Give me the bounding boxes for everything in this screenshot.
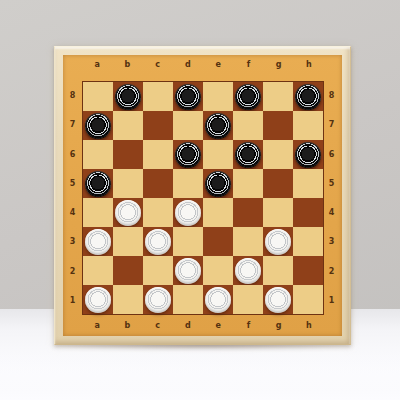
- square-c1[interactable]: [143, 285, 173, 314]
- black-checker[interactable]: [175, 142, 201, 168]
- white-checker[interactable]: [85, 229, 111, 255]
- square-f6[interactable]: [233, 140, 263, 169]
- square-e7[interactable]: [203, 111, 233, 140]
- square-f2[interactable]: [233, 256, 263, 285]
- file-label: d: [173, 59, 203, 71]
- black-checker[interactable]: [295, 142, 321, 168]
- file-labels-top: abcdefgh: [82, 59, 324, 71]
- square-e8[interactable]: [203, 82, 233, 111]
- file-label: a: [82, 59, 112, 71]
- square-g6[interactable]: [263, 140, 293, 169]
- file-label: g: [264, 320, 294, 332]
- square-g3[interactable]: [263, 227, 293, 256]
- white-checker[interactable]: [175, 258, 201, 284]
- square-c8[interactable]: [143, 82, 173, 111]
- file-label: h: [294, 320, 324, 332]
- square-e3[interactable]: [203, 227, 233, 256]
- file-label: e: [203, 59, 233, 71]
- rank-label: 5: [321, 169, 342, 198]
- square-g1[interactable]: [263, 285, 293, 314]
- square-f3[interactable]: [233, 227, 263, 256]
- square-h2[interactable]: [293, 256, 323, 285]
- rank-label: 8: [321, 81, 342, 110]
- rank-label: 1: [63, 286, 82, 315]
- black-checker[interactable]: [295, 84, 321, 110]
- black-checker[interactable]: [205, 113, 231, 139]
- square-a8[interactable]: [83, 82, 113, 111]
- square-d2[interactable]: [173, 256, 203, 285]
- rank-labels-left: 87654321: [63, 81, 82, 315]
- black-checker[interactable]: [205, 171, 231, 197]
- white-checker[interactable]: [145, 229, 171, 255]
- black-checker[interactable]: [235, 142, 261, 168]
- square-a4[interactable]: [83, 198, 113, 227]
- rank-label: 7: [63, 110, 82, 139]
- square-d6[interactable]: [173, 140, 203, 169]
- square-b3[interactable]: [113, 227, 143, 256]
- square-c6[interactable]: [143, 140, 173, 169]
- white-checker[interactable]: [265, 229, 291, 255]
- square-d8[interactable]: [173, 82, 203, 111]
- square-h4[interactable]: [293, 198, 323, 227]
- file-label: c: [143, 59, 173, 71]
- rank-label: 2: [63, 257, 82, 286]
- square-a7[interactable]: [83, 111, 113, 140]
- square-a5[interactable]: [83, 169, 113, 198]
- black-checker[interactable]: [175, 84, 201, 110]
- file-label: g: [264, 59, 294, 71]
- square-e2[interactable]: [203, 256, 233, 285]
- square-d1[interactable]: [173, 285, 203, 314]
- square-g2[interactable]: [263, 256, 293, 285]
- rank-label: 4: [321, 198, 342, 227]
- square-d3[interactable]: [173, 227, 203, 256]
- rank-label: 3: [321, 227, 342, 256]
- rank-label: 6: [63, 140, 82, 169]
- square-c4[interactable]: [143, 198, 173, 227]
- file-label: a: [82, 320, 112, 332]
- square-e6[interactable]: [203, 140, 233, 169]
- square-a1[interactable]: [83, 285, 113, 314]
- file-label: d: [173, 320, 203, 332]
- rank-label: 6: [321, 140, 342, 169]
- square-g8[interactable]: [263, 82, 293, 111]
- square-f1[interactable]: [233, 285, 263, 314]
- file-label: c: [143, 320, 173, 332]
- square-f8[interactable]: [233, 82, 263, 111]
- file-labels-bottom: abcdefgh: [82, 320, 324, 332]
- square-b8[interactable]: [113, 82, 143, 111]
- square-g5[interactable]: [263, 169, 293, 198]
- rank-label: 1: [321, 286, 342, 315]
- square-e1[interactable]: [203, 285, 233, 314]
- checkers-demo-board: abcdefgh abcdefgh 87654321 87654321: [54, 46, 351, 345]
- board-face: abcdefgh abcdefgh 87654321 87654321: [63, 55, 342, 336]
- file-label: h: [294, 59, 324, 71]
- square-c2[interactable]: [143, 256, 173, 285]
- white-checker[interactable]: [235, 258, 261, 284]
- white-checker[interactable]: [175, 200, 201, 226]
- square-d7[interactable]: [173, 111, 203, 140]
- file-label: f: [233, 320, 263, 332]
- square-a3[interactable]: [83, 227, 113, 256]
- square-d4[interactable]: [173, 198, 203, 227]
- black-checker[interactable]: [115, 84, 141, 110]
- rank-label: 4: [63, 198, 82, 227]
- square-c3[interactable]: [143, 227, 173, 256]
- square-b1[interactable]: [113, 285, 143, 314]
- reflection-fade: [0, 345, 400, 400]
- rank-labels-right: 87654321: [321, 81, 342, 315]
- rank-label: 3: [63, 227, 82, 256]
- white-checker[interactable]: [85, 287, 111, 313]
- square-b5[interactable]: [113, 169, 143, 198]
- square-h5[interactable]: [293, 169, 323, 198]
- file-label: e: [203, 320, 233, 332]
- square-b4[interactable]: [113, 198, 143, 227]
- square-b2[interactable]: [113, 256, 143, 285]
- file-label: b: [112, 59, 142, 71]
- square-a2[interactable]: [83, 256, 113, 285]
- square-f4[interactable]: [233, 198, 263, 227]
- square-d5[interactable]: [173, 169, 203, 198]
- black-checker[interactable]: [85, 171, 111, 197]
- white-checker[interactable]: [205, 287, 231, 313]
- square-c7[interactable]: [143, 111, 173, 140]
- rank-label: 5: [63, 169, 82, 198]
- square-c5[interactable]: [143, 169, 173, 198]
- white-checker[interactable]: [265, 287, 291, 313]
- square-g7[interactable]: [263, 111, 293, 140]
- rank-label: 7: [321, 110, 342, 139]
- square-e4[interactable]: [203, 198, 233, 227]
- square-h8[interactable]: [293, 82, 323, 111]
- square-e5[interactable]: [203, 169, 233, 198]
- board-grid: [82, 81, 324, 315]
- white-checker[interactable]: [115, 200, 141, 226]
- square-g4[interactable]: [263, 198, 293, 227]
- square-h7[interactable]: [293, 111, 323, 140]
- square-h3[interactable]: [293, 227, 323, 256]
- white-checker[interactable]: [145, 287, 171, 313]
- black-checker[interactable]: [85, 113, 111, 139]
- square-b6[interactable]: [113, 140, 143, 169]
- scene: abcdefgh abcdefgh 87654321 87654321 abcd…: [0, 0, 400, 400]
- rank-label: 2: [321, 257, 342, 286]
- square-f5[interactable]: [233, 169, 263, 198]
- square-h1[interactable]: [293, 285, 323, 314]
- square-b7[interactable]: [113, 111, 143, 140]
- square-h6[interactable]: [293, 140, 323, 169]
- file-label: f: [233, 59, 263, 71]
- square-f7[interactable]: [233, 111, 263, 140]
- file-label: b: [112, 320, 142, 332]
- black-checker[interactable]: [235, 84, 261, 110]
- square-a6[interactable]: [83, 140, 113, 169]
- rank-label: 8: [63, 81, 82, 110]
